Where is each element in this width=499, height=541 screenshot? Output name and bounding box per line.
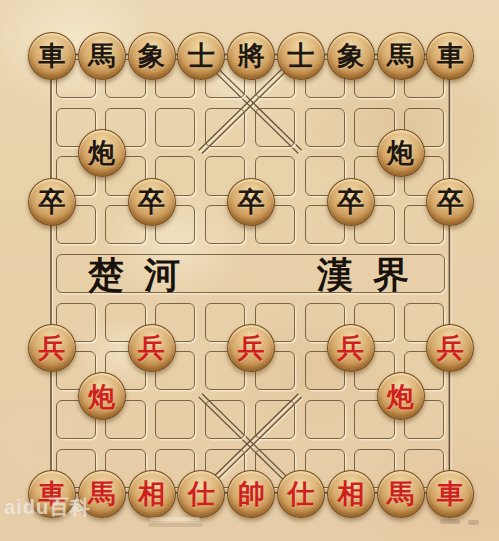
piece-black-soldier[interactable]: 卒: [327, 178, 375, 226]
board-cell[interactable]: [205, 108, 245, 147]
board-cell[interactable]: [255, 400, 295, 439]
piece-black-horse[interactable]: 馬: [78, 32, 126, 80]
piece-black-soldier[interactable]: 卒: [28, 178, 76, 226]
piece-red-soldier[interactable]: 兵: [28, 324, 76, 372]
piece-black-soldier[interactable]: 卒: [426, 178, 474, 226]
piece-red-soldier[interactable]: 兵: [128, 324, 176, 372]
piece-black-chariot[interactable]: 車: [426, 32, 474, 80]
piece-black-elephant[interactable]: 象: [327, 32, 375, 80]
piece-red-chariot[interactable]: 車: [426, 470, 474, 518]
river-label-left: 楚河: [88, 251, 200, 300]
piece-black-general[interactable]: 將: [227, 32, 275, 80]
watermark-smudge: [150, 517, 200, 521]
watermark-smudge: [148, 523, 203, 527]
piece-black-soldier[interactable]: 卒: [128, 178, 176, 226]
xiangqi-board: 楚河 漢界 車馬象士將士象馬車炮炮卒卒卒卒卒兵兵兵兵兵炮炮車馬相仕帥仕相馬車 a…: [0, 0, 499, 541]
piece-black-chariot[interactable]: 車: [28, 32, 76, 80]
watermark-bottom-left: aidu百科: [4, 494, 91, 521]
watermark-smudge: [440, 519, 460, 524]
board-cell[interactable]: [155, 108, 195, 147]
piece-black-horse[interactable]: 馬: [377, 32, 425, 80]
piece-red-elephant[interactable]: 相: [327, 470, 375, 518]
piece-red-soldier[interactable]: 兵: [426, 324, 474, 372]
piece-black-cannon[interactable]: 炮: [377, 129, 425, 177]
board-cell[interactable]: [205, 400, 245, 439]
piece-red-advisor[interactable]: 仕: [277, 470, 325, 518]
board-cell[interactable]: [155, 400, 195, 439]
watermark-smudge: [468, 520, 479, 525]
piece-red-elephant[interactable]: 相: [128, 470, 176, 518]
piece-red-cannon[interactable]: 炮: [377, 372, 425, 420]
piece-red-general[interactable]: 帥: [227, 470, 275, 518]
board-cell[interactable]: [305, 400, 345, 439]
piece-black-soldier[interactable]: 卒: [227, 178, 275, 226]
piece-black-elephant[interactable]: 象: [128, 32, 176, 80]
board-cell[interactable]: [305, 108, 345, 147]
piece-black-advisor[interactable]: 士: [277, 32, 325, 80]
piece-black-cannon[interactable]: 炮: [78, 129, 126, 177]
piece-red-advisor[interactable]: 仕: [177, 470, 225, 518]
piece-red-horse[interactable]: 馬: [377, 470, 425, 518]
river-label-right: 漢界: [317, 251, 429, 300]
piece-red-soldier[interactable]: 兵: [327, 324, 375, 372]
board-cell[interactable]: [255, 108, 295, 147]
piece-red-cannon[interactable]: 炮: [78, 372, 126, 420]
piece-black-advisor[interactable]: 士: [177, 32, 225, 80]
piece-red-soldier[interactable]: 兵: [227, 324, 275, 372]
